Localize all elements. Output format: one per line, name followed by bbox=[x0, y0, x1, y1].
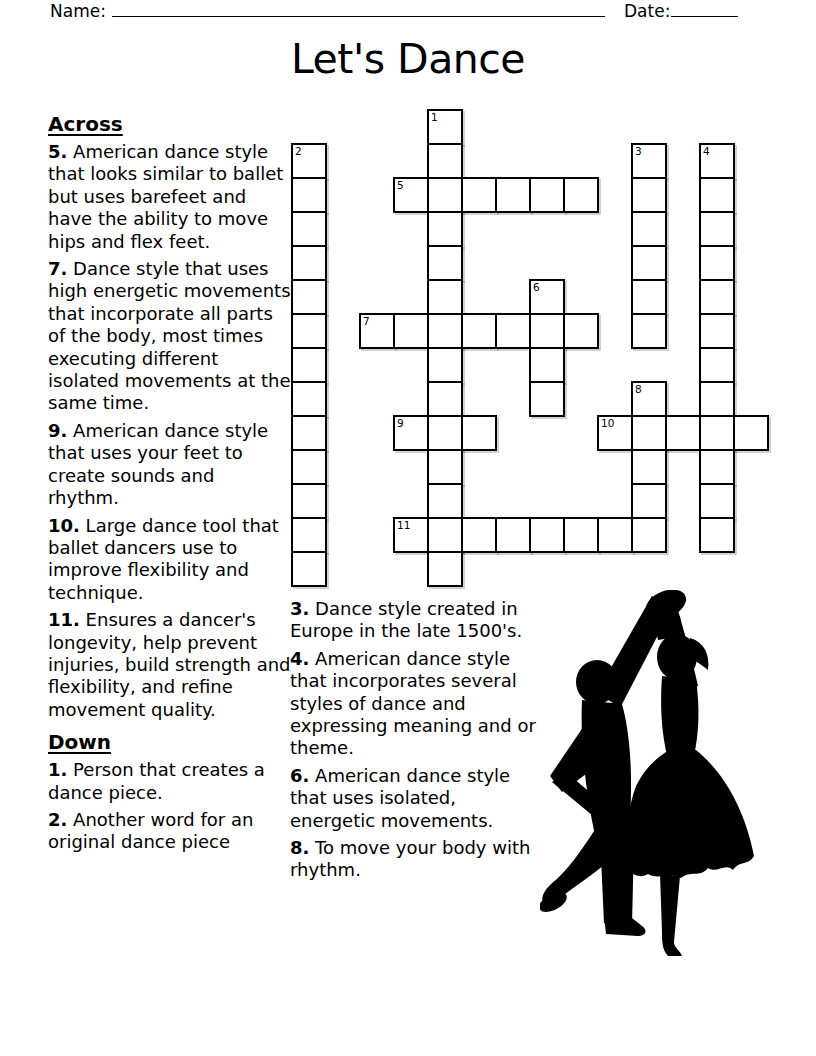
grid-cell-10-11[interactable] bbox=[631, 483, 667, 519]
grid-cell-10-12[interactable] bbox=[631, 517, 667, 553]
cell-clue-number: 8 bbox=[635, 383, 642, 395]
clue-column-left: Across 5. American dance style that look… bbox=[48, 112, 291, 859]
grid-cell-0-12[interactable] bbox=[291, 517, 327, 553]
clue-10: 10. Large dance tool that ballet dancers… bbox=[48, 515, 291, 605]
grid-cell-0-1[interactable]: 2 bbox=[291, 143, 327, 179]
grid-cell-0-3[interactable] bbox=[291, 211, 327, 247]
grid-cell-4-0[interactable]: 1 bbox=[427, 109, 463, 145]
grid-cell-12-6[interactable] bbox=[699, 313, 735, 349]
name-blank-line[interactable] bbox=[112, 16, 605, 17]
grid-cell-2-6[interactable]: 7 bbox=[359, 313, 395, 349]
grid-cell-0-2[interactable] bbox=[291, 177, 327, 213]
grid-cell-12-3[interactable] bbox=[699, 211, 735, 247]
grid-cell-0-10[interactable] bbox=[291, 449, 327, 485]
grid-cell-4-10[interactable] bbox=[427, 449, 463, 485]
page-title: Let's Dance bbox=[0, 34, 816, 84]
grid-cell-0-6[interactable] bbox=[291, 313, 327, 349]
grid-cell-5-2[interactable] bbox=[461, 177, 497, 213]
grid-cell-12-5[interactable] bbox=[699, 279, 735, 315]
grid-cell-7-5[interactable]: 6 bbox=[529, 279, 565, 315]
grid-cell-4-8[interactable] bbox=[427, 381, 463, 417]
cell-clue-number: 2 bbox=[295, 145, 302, 157]
name-label: Name: bbox=[50, 1, 106, 21]
clue-number-label: 8. bbox=[290, 837, 309, 858]
grid-cell-7-12[interactable] bbox=[529, 517, 565, 553]
grid-cell-8-12[interactable] bbox=[563, 517, 599, 553]
clue-number-label: 3. bbox=[290, 598, 309, 619]
grid-cell-12-2[interactable] bbox=[699, 177, 735, 213]
cell-clue-number: 4 bbox=[703, 145, 710, 157]
grid-cell-4-3[interactable] bbox=[427, 211, 463, 247]
grid-cell-6-2[interactable] bbox=[495, 177, 531, 213]
grid-cell-7-6[interactable] bbox=[529, 313, 565, 349]
grid-cell-4-1[interactable] bbox=[427, 143, 463, 179]
grid-cell-10-6[interactable] bbox=[631, 313, 667, 349]
grid-cell-0-7[interactable] bbox=[291, 347, 327, 383]
grid-cell-4-7[interactable] bbox=[427, 347, 463, 383]
crossword-grid: 1234567891011 bbox=[292, 110, 769, 587]
grid-cell-10-1[interactable]: 3 bbox=[631, 143, 667, 179]
grid-cell-7-7[interactable] bbox=[529, 347, 565, 383]
grid-cell-3-12[interactable]: 11 bbox=[393, 517, 429, 553]
grid-cell-12-9[interactable] bbox=[699, 415, 735, 451]
grid-cell-7-2[interactable] bbox=[529, 177, 565, 213]
grid-cell-10-2[interactable] bbox=[631, 177, 667, 213]
grid-cell-12-11[interactable] bbox=[699, 483, 735, 519]
grid-cell-0-13[interactable] bbox=[291, 551, 327, 587]
across-clue-list: 5. American dance style that looks simil… bbox=[48, 141, 291, 721]
grid-cell-4-9[interactable] bbox=[427, 415, 463, 451]
grid-cell-5-9[interactable] bbox=[461, 415, 497, 451]
cell-clue-number: 6 bbox=[533, 281, 540, 293]
clue-4: 4. American dance style that incorporate… bbox=[290, 648, 542, 760]
grid-cell-7-8[interactable] bbox=[529, 381, 565, 417]
grid-cell-3-9[interactable]: 9 bbox=[393, 415, 429, 451]
clue-7: 7. Dance style that uses high energetic … bbox=[48, 258, 291, 415]
clue-9: 9. American dance style that uses your f… bbox=[48, 420, 291, 510]
grid-cell-10-5[interactable] bbox=[631, 279, 667, 315]
clue-column-middle: 3. Dance style created in Europe in the … bbox=[290, 590, 542, 887]
cell-clue-number: 10 bbox=[601, 417, 614, 429]
clue-11: 11. Ensures a dancer's longevity, help p… bbox=[48, 609, 291, 721]
cell-clue-number: 3 bbox=[635, 145, 642, 157]
grid-cell-5-12[interactable] bbox=[461, 517, 497, 553]
clue-number-label: 2. bbox=[48, 809, 67, 830]
grid-cell-0-5[interactable] bbox=[291, 279, 327, 315]
grid-cell-12-1[interactable]: 4 bbox=[699, 143, 735, 179]
grid-cell-8-2[interactable] bbox=[563, 177, 599, 213]
grid-cell-12-12[interactable] bbox=[699, 517, 735, 553]
grid-cell-4-6[interactable] bbox=[427, 313, 463, 349]
grid-cell-11-9[interactable] bbox=[665, 415, 701, 451]
clue-3: 3. Dance style created in Europe in the … bbox=[290, 598, 542, 643]
cell-clue-number: 11 bbox=[397, 519, 410, 531]
clue-8: 8. To move your body with rhythm. bbox=[290, 837, 542, 882]
clue-6: 6. American dance style that uses isolat… bbox=[290, 765, 542, 832]
clue-number-label: 5. bbox=[48, 141, 67, 162]
grid-cell-10-3[interactable] bbox=[631, 211, 667, 247]
grid-cell-10-9[interactable] bbox=[631, 415, 667, 451]
grid-cell-13-9[interactable] bbox=[733, 415, 769, 451]
down-clue-list-left: 1. Person that creates a dance piece.2. … bbox=[48, 759, 291, 854]
grid-cell-9-9[interactable]: 10 bbox=[597, 415, 633, 451]
grid-cell-0-9[interactable] bbox=[291, 415, 327, 451]
cell-clue-number: 1 bbox=[431, 111, 438, 123]
grid-cell-12-8[interactable] bbox=[699, 381, 735, 417]
grid-cell-10-10[interactable] bbox=[631, 449, 667, 485]
grid-cell-9-12[interactable] bbox=[597, 517, 633, 553]
worksheet-page: Name: Date: Let's Dance 1234567891011 Ac… bbox=[0, 0, 816, 1056]
clue-number-label: 11. bbox=[48, 609, 80, 630]
clue-5: 5. American dance style that looks simil… bbox=[48, 141, 291, 253]
grid-cell-6-12[interactable] bbox=[495, 517, 531, 553]
across-heading: Across bbox=[48, 112, 291, 136]
grid-cell-12-4[interactable] bbox=[699, 245, 735, 281]
grid-cell-6-6[interactable] bbox=[495, 313, 531, 349]
grid-cell-5-6[interactable] bbox=[461, 313, 497, 349]
date-blank-line[interactable] bbox=[671, 16, 738, 17]
cell-clue-number: 5 bbox=[397, 179, 404, 191]
date-label: Date: bbox=[624, 1, 670, 21]
cell-clue-number: 7 bbox=[363, 315, 370, 327]
down-clue-list-middle: 3. Dance style created in Europe in the … bbox=[290, 598, 542, 882]
grid-cell-3-6[interactable] bbox=[393, 313, 429, 349]
clue-number-label: 4. bbox=[290, 648, 309, 669]
clue-number-label: 1. bbox=[48, 759, 67, 780]
grid-cell-10-4[interactable] bbox=[631, 245, 667, 281]
dancers-silhouette-image bbox=[540, 590, 765, 960]
clue-number-label: 6. bbox=[290, 765, 309, 786]
grid-cell-4-4[interactable] bbox=[427, 245, 463, 281]
clue-number-label: 7. bbox=[48, 258, 67, 279]
grid-cell-0-8[interactable] bbox=[291, 381, 327, 417]
grid-cell-0-11[interactable] bbox=[291, 483, 327, 519]
clue-number-label: 10. bbox=[48, 515, 80, 536]
grid-cell-4-13[interactable] bbox=[427, 551, 463, 587]
clue-number-label: 9. bbox=[48, 420, 67, 441]
grid-cell-4-5[interactable] bbox=[427, 279, 463, 315]
down-heading: Down bbox=[48, 730, 291, 754]
grid-cell-4-12[interactable] bbox=[427, 517, 463, 553]
grid-cell-0-4[interactable] bbox=[291, 245, 327, 281]
grid-cell-4-11[interactable] bbox=[427, 483, 463, 519]
grid-cell-12-7[interactable] bbox=[699, 347, 735, 383]
grid-cell-3-2[interactable]: 5 bbox=[393, 177, 429, 213]
grid-cell-8-6[interactable] bbox=[563, 313, 599, 349]
clue-2: 2. Another word for an original dance pi… bbox=[48, 809, 291, 854]
grid-cell-4-2[interactable] bbox=[427, 177, 463, 213]
grid-cell-10-8[interactable]: 8 bbox=[631, 381, 667, 417]
grid-cell-12-10[interactable] bbox=[699, 449, 735, 485]
cell-clue-number: 9 bbox=[397, 417, 404, 429]
clue-1: 1. Person that creates a dance piece. bbox=[48, 759, 291, 804]
